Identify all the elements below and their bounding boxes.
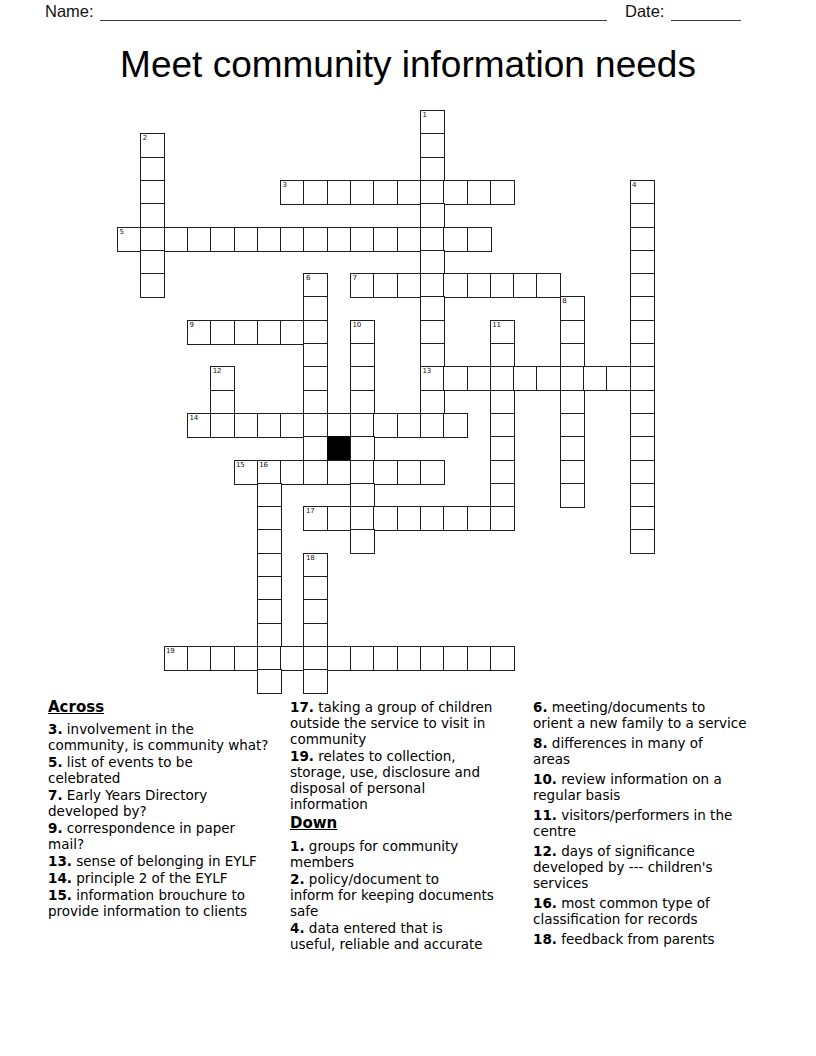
grid-cell[interactable]: [420, 133, 445, 158]
grid-cell[interactable]: 2: [140, 133, 165, 158]
grid-cell[interactable]: [490, 390, 515, 415]
grid-cell[interactable]: [397, 273, 422, 298]
clue-12: 12. days of significance developed by --…: [533, 843, 780, 891]
grid-cell[interactable]: [257, 529, 282, 554]
grid-cell[interactable]: 1: [420, 110, 445, 135]
grid-cell[interactable]: [630, 413, 655, 438]
grid-cell[interactable]: [513, 366, 538, 391]
grid-cell[interactable]: 13: [420, 366, 445, 391]
grid-cell[interactable]: [234, 320, 259, 345]
grid-cell[interactable]: [350, 529, 375, 554]
grid-cell[interactable]: 6: [303, 273, 328, 298]
clue-11: 11. visitors/performers in the centre: [533, 807, 780, 839]
grid-cell[interactable]: 10: [350, 320, 375, 345]
crossword-worksheet: Name: Date: Meet community information n…: [0, 0, 816, 1056]
grid-cell[interactable]: [234, 413, 259, 438]
grid-cell[interactable]: [397, 180, 422, 205]
grid-cell[interactable]: [350, 227, 375, 252]
grid-cell[interactable]: [420, 203, 445, 228]
clue-10: 10. review information on a regular basi…: [533, 771, 780, 803]
grid-cell[interactable]: [350, 413, 375, 438]
grid-cell[interactable]: [257, 646, 282, 671]
clue-8: 8. differences in many of areas: [533, 735, 780, 767]
name-label: Name:: [45, 2, 94, 21]
clue-number: 19.: [290, 748, 314, 764]
clue-number: 5.: [48, 754, 63, 770]
grid-cell[interactable]: [303, 343, 328, 368]
grid-cell[interactable]: [630, 436, 655, 461]
grid-cell[interactable]: [140, 203, 165, 228]
grid-cell[interactable]: [443, 506, 468, 531]
clue-19: 19. relates to collection, storage, use,…: [290, 748, 530, 812]
page-title: Meet community information needs: [0, 45, 816, 85]
grid-cell[interactable]: [350, 506, 375, 531]
clue-14: 14. principle 2 of the EYLF: [48, 870, 291, 886]
grid-cell[interactable]: [630, 296, 655, 321]
grid-cell[interactable]: [420, 413, 445, 438]
clue-2: 2. policy/document to inform for keeping…: [290, 871, 530, 919]
grid-cell[interactable]: [490, 343, 515, 368]
grid-cell[interactable]: [327, 506, 352, 531]
grid-cell[interactable]: [303, 436, 328, 461]
grid-cell[interactable]: [490, 180, 515, 205]
cell-number: 3: [283, 181, 287, 189]
grid-cell[interactable]: [443, 273, 468, 298]
grid-cell[interactable]: [210, 320, 235, 345]
grid-cell[interactable]: [280, 227, 305, 252]
grid-cell[interactable]: [327, 646, 352, 671]
grid-cell[interactable]: [490, 483, 515, 508]
grid-cell[interactable]: [210, 390, 235, 415]
grid-cell[interactable]: [420, 343, 445, 368]
grid-cell[interactable]: [373, 413, 398, 438]
grid-cell[interactable]: 7: [350, 273, 375, 298]
grid-cell[interactable]: [187, 646, 212, 671]
grid-cell[interactable]: [257, 506, 282, 531]
clues-column-3: 6. meeting/documents to orient a new fam…: [533, 699, 780, 951]
cell-number: 2: [143, 134, 147, 142]
grid-cell[interactable]: [490, 460, 515, 485]
clue-17: 17. taking a group of children outside t…: [290, 699, 530, 747]
cell-number: 6: [306, 274, 310, 282]
clue-6: 6. meeting/documents to orient a new fam…: [533, 699, 780, 731]
grid-cell[interactable]: 8: [560, 296, 585, 321]
grid-cell[interactable]: [373, 506, 398, 531]
grid-cell[interactable]: [303, 296, 328, 321]
grid-cell[interactable]: [443, 227, 468, 252]
cell-number: 1: [422, 111, 426, 119]
grid-cell[interactable]: [443, 366, 468, 391]
grid-cell[interactable]: [467, 180, 492, 205]
grid-cell[interactable]: [443, 646, 468, 671]
clue-number: 17.: [290, 699, 314, 715]
grid-cell[interactable]: [210, 227, 235, 252]
grid-cell[interactable]: [280, 460, 305, 485]
grid-cell[interactable]: [140, 273, 165, 298]
grid-cell[interactable]: [164, 227, 189, 252]
grid-cell[interactable]: [303, 623, 328, 648]
grid-cell[interactable]: [560, 413, 585, 438]
grid-cell[interactable]: [257, 483, 282, 508]
clue-5: 5. list of events to be celebrated: [48, 754, 291, 786]
grid-cell[interactable]: [630, 483, 655, 508]
grid-cell[interactable]: [560, 436, 585, 461]
grid-cell[interactable]: [303, 366, 328, 391]
grid-cell[interactable]: [397, 413, 422, 438]
grid-cell[interactable]: [350, 646, 375, 671]
cell-number: 16: [259, 461, 268, 469]
grid-cell[interactable]: [583, 366, 608, 391]
grid-cell[interactable]: [234, 646, 259, 671]
grid-cell[interactable]: [373, 227, 398, 252]
grid-cell[interactable]: 14: [187, 413, 212, 438]
clue-number: 4.: [290, 920, 305, 936]
grid-cell[interactable]: [257, 227, 282, 252]
grid-cell[interactable]: [560, 320, 585, 345]
grid-cell[interactable]: 18: [303, 553, 328, 578]
grid-cell[interactable]: [490, 366, 515, 391]
clue-number: 11.: [533, 807, 557, 823]
grid-cell[interactable]: [397, 460, 422, 485]
grid-cell[interactable]: [140, 157, 165, 182]
date-blank-line: [671, 20, 741, 21]
cell-number: 17: [306, 507, 315, 515]
grid-cell[interactable]: [420, 320, 445, 345]
grid-cell[interactable]: [630, 250, 655, 275]
grid-cell[interactable]: [350, 483, 375, 508]
clues-column-1: Across3. involvement in the community, i…: [48, 699, 291, 920]
grid-cell[interactable]: [373, 180, 398, 205]
grid-cell[interactable]: [467, 273, 492, 298]
grid-cell[interactable]: [536, 366, 561, 391]
grid-cell[interactable]: [490, 413, 515, 438]
clue-9: 9. correspondence in paper mail?: [48, 820, 291, 852]
grid-cell[interactable]: [630, 390, 655, 415]
grid-cell[interactable]: [443, 413, 468, 438]
cell-number: 4: [632, 181, 636, 189]
grid-cell[interactable]: [303, 227, 328, 252]
grid-cell[interactable]: [327, 227, 352, 252]
grid-cell[interactable]: [187, 227, 212, 252]
grid-cell[interactable]: [420, 180, 445, 205]
grid-cell[interactable]: [420, 390, 445, 415]
grid-cell[interactable]: [303, 180, 328, 205]
cell-number: 19: [166, 647, 175, 655]
grid-cell[interactable]: [257, 576, 282, 601]
grid-cell[interactable]: [303, 669, 328, 694]
clues-heading-across: Across: [48, 699, 291, 716]
grid-cell[interactable]: [303, 646, 328, 671]
grid-cell[interactable]: 12: [210, 366, 235, 391]
grid-cell[interactable]: [420, 296, 445, 321]
clue-number: 10.: [533, 771, 557, 787]
grid-cell[interactable]: 17: [303, 506, 328, 531]
grid-cell[interactable]: [630, 506, 655, 531]
grid-cell[interactable]: [513, 273, 538, 298]
clue-7: 7. Early Years Directory developed by?: [48, 787, 291, 819]
grid-cell[interactable]: [303, 320, 328, 345]
cell-number: 13: [422, 367, 431, 375]
cell-number: 11: [492, 321, 501, 329]
clue-number: 16.: [533, 895, 557, 911]
blocked-cell: [327, 436, 352, 461]
grid-cell[interactable]: 3: [280, 180, 305, 205]
clue-number: 9.: [48, 820, 63, 836]
cell-number: 7: [353, 274, 357, 282]
grid-cell[interactable]: [467, 366, 492, 391]
grid-cell[interactable]: [630, 320, 655, 345]
grid-cell[interactable]: 16: [257, 460, 282, 485]
grid-cell[interactable]: 4: [630, 180, 655, 205]
crossword-grid: 12345678910111213141516171819: [117, 110, 654, 693]
grid-cell[interactable]: [327, 413, 352, 438]
grid-cell[interactable]: [140, 180, 165, 205]
grid-cell[interactable]: [257, 413, 282, 438]
cell-number: 15: [236, 461, 245, 469]
grid-cell[interactable]: [397, 227, 422, 252]
grid-cell[interactable]: [560, 483, 585, 508]
grid-cell[interactable]: [630, 366, 655, 391]
grid-cell[interactable]: [420, 506, 445, 531]
clue-number: 8.: [533, 735, 548, 751]
cell-number: 8: [562, 297, 566, 305]
grid-cell[interactable]: [257, 599, 282, 624]
grid-cell[interactable]: [234, 227, 259, 252]
clue-13: 13. sense of belonging in EYLF: [48, 853, 291, 869]
clue-4: 4. data entered that is useful, reliable…: [290, 920, 530, 952]
grid-cell[interactable]: [467, 506, 492, 531]
clue-number: 3.: [48, 721, 63, 737]
grid-cell[interactable]: [420, 646, 445, 671]
clue-number: 1.: [290, 838, 305, 854]
grid-cell[interactable]: [373, 646, 398, 671]
clue-number: 18.: [533, 931, 557, 947]
grid-cell[interactable]: [303, 413, 328, 438]
grid-cell[interactable]: [490, 646, 515, 671]
grid-cell[interactable]: [630, 343, 655, 368]
grid-cell[interactable]: [560, 366, 585, 391]
grid-cell[interactable]: [490, 273, 515, 298]
grid-cell[interactable]: [420, 157, 445, 182]
grid-cell[interactable]: [280, 413, 305, 438]
grid-cell[interactable]: [443, 180, 468, 205]
grid-cell[interactable]: [350, 460, 375, 485]
grid-cell[interactable]: [373, 273, 398, 298]
clue-16: 16. most common type of classification f…: [533, 895, 780, 927]
cell-number: 18: [306, 554, 315, 562]
grid-cell[interactable]: [140, 227, 165, 252]
grid-cell[interactable]: [210, 646, 235, 671]
grid-cell[interactable]: 11: [490, 320, 515, 345]
grid-cell[interactable]: [257, 669, 282, 694]
clues-column-2: 17. taking a group of children outside t…: [290, 699, 530, 953]
grid-cell[interactable]: [350, 390, 375, 415]
grid-cell[interactable]: [373, 460, 398, 485]
grid-cell[interactable]: [327, 180, 352, 205]
clue-18: 18. feedback from parents: [533, 931, 780, 947]
grid-cell[interactable]: [420, 250, 445, 275]
clue-number: 2.: [290, 871, 305, 887]
cell-number: 9: [189, 321, 193, 329]
grid-cell[interactable]: [467, 227, 492, 252]
grid-cell[interactable]: 15: [234, 460, 259, 485]
grid-cell[interactable]: [280, 320, 305, 345]
clue-number: 7.: [48, 787, 63, 803]
grid-cell[interactable]: [303, 599, 328, 624]
grid-cell[interactable]: [350, 436, 375, 461]
clue-number: 14.: [48, 870, 72, 886]
cell-number: 14: [189, 414, 198, 422]
grid-cell[interactable]: [630, 273, 655, 298]
grid-cell[interactable]: [350, 180, 375, 205]
cell-number: 12: [213, 367, 222, 375]
grid-cell[interactable]: [350, 343, 375, 368]
clue-number: 6.: [533, 699, 548, 715]
grid-cell[interactable]: [350, 366, 375, 391]
clue-15: 15. information brouchure to provide inf…: [48, 887, 291, 919]
date-label: Date:: [625, 2, 664, 21]
grid-cell[interactable]: [490, 506, 515, 531]
clue-3: 3. involvement in the community, is comm…: [48, 721, 291, 753]
grid-cell[interactable]: [397, 646, 422, 671]
grid-cell[interactable]: [257, 320, 282, 345]
grid-cell[interactable]: [397, 506, 422, 531]
grid-cell[interactable]: [210, 413, 235, 438]
cell-number: 5: [120, 228, 124, 236]
grid-cell[interactable]: [303, 390, 328, 415]
clues-heading-down: Down: [290, 815, 530, 832]
grid-cell[interactable]: [560, 343, 585, 368]
grid-cell[interactable]: [606, 366, 631, 391]
grid-cell[interactable]: [630, 460, 655, 485]
grid-cell[interactable]: 5: [117, 227, 142, 252]
grid-cell[interactable]: 9: [187, 320, 212, 345]
grid-cell[interactable]: [257, 623, 282, 648]
grid-cell[interactable]: [420, 460, 445, 485]
clue-number: 12.: [533, 843, 557, 859]
name-blank-line: [100, 20, 607, 21]
grid-cell[interactable]: [327, 460, 352, 485]
grid-cell[interactable]: [420, 273, 445, 298]
grid-cell[interactable]: [467, 646, 492, 671]
grid-cell[interactable]: [303, 576, 328, 601]
grid-cell[interactable]: [630, 203, 655, 228]
grid-cell[interactable]: [536, 273, 561, 298]
grid-cell[interactable]: [303, 460, 328, 485]
grid-cell[interactable]: [420, 227, 445, 252]
grid-cell[interactable]: [280, 646, 305, 671]
clue-1: 1. groups for community members: [290, 838, 530, 870]
clue-number: 13.: [48, 853, 72, 869]
grid-cell[interactable]: [257, 553, 282, 578]
grid-cell[interactable]: [560, 390, 585, 415]
grid-cell[interactable]: 19: [164, 646, 189, 671]
grid-cell[interactable]: [630, 227, 655, 252]
grid-cell[interactable]: [630, 529, 655, 554]
clue-number: 15.: [48, 887, 72, 903]
grid-cell[interactable]: [490, 436, 515, 461]
grid-cell[interactable]: [560, 460, 585, 485]
cell-number: 10: [353, 321, 362, 329]
grid-cell[interactable]: [140, 250, 165, 275]
